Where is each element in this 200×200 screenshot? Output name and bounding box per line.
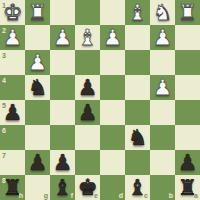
square-g5[interactable] (25, 100, 50, 125)
square-f8[interactable]: f♝ (50, 175, 75, 200)
square-b3[interactable] (150, 50, 175, 75)
black-king-e8[interactable]: ♚ (75, 175, 100, 200)
black-rook-a8[interactable]: ♜ (175, 175, 200, 200)
rank-label-4: 4 (2, 77, 6, 84)
square-e2[interactable]: ♝ (75, 25, 100, 50)
white-pawn-b2[interactable]: ♟ (150, 25, 175, 50)
white-king-h1[interactable]: ♚ (0, 0, 25, 25)
square-a2[interactable] (175, 25, 200, 50)
white-pawn-g3[interactable]: ♟ (25, 50, 50, 75)
black-pawn-e5[interactable]: ♟ (75, 100, 100, 125)
square-a5[interactable] (175, 100, 200, 125)
square-c2[interactable] (125, 25, 150, 50)
rank-label-7: 7 (2, 152, 6, 159)
white-pawn-d2[interactable]: ♟ (100, 25, 125, 50)
square-e3[interactable] (75, 50, 100, 75)
square-e7[interactable] (75, 150, 100, 175)
white-pawn-h2[interactable]: ♟ (0, 25, 25, 50)
square-c8[interactable]: c♝ (125, 175, 150, 200)
square-a4[interactable] (175, 75, 200, 100)
square-h3[interactable]: 3 (0, 50, 25, 75)
black-knight-c6[interactable]: ♞ (125, 125, 150, 150)
square-c1[interactable]: ♝ (125, 0, 150, 25)
square-b7[interactable] (150, 150, 175, 175)
square-h2[interactable]: 2♟ (0, 25, 25, 50)
square-a6[interactable] (175, 125, 200, 150)
square-h7[interactable]: 7 (0, 150, 25, 175)
white-bishop-c1[interactable]: ♝ (125, 0, 150, 25)
square-d3[interactable] (100, 50, 125, 75)
chess-board: 1♚♜♝♞♜2♟♟♝♟♟3♟4♞♟♟5♟♟6♞7♟♟♟8h♜gf♝e♚dc♝ba… (0, 0, 200, 200)
square-d5[interactable] (100, 100, 125, 125)
square-f7[interactable]: ♟ (50, 150, 75, 175)
white-bishop-e2[interactable]: ♝ (75, 25, 100, 50)
black-pawn-f7[interactable]: ♟ (50, 150, 75, 175)
white-rook-a1[interactable]: ♜ (175, 0, 200, 25)
black-pawn-h5[interactable]: ♟ (0, 100, 25, 125)
square-f5[interactable] (50, 100, 75, 125)
square-g7[interactable]: ♟ (25, 150, 50, 175)
rank-label-3: 3 (2, 52, 6, 59)
black-pawn-a7[interactable]: ♟ (175, 150, 200, 175)
square-f4[interactable] (50, 75, 75, 100)
square-b8[interactable]: b (150, 175, 175, 200)
square-d8[interactable]: d (100, 175, 125, 200)
square-b5[interactable] (150, 100, 175, 125)
file-label-b: b (169, 192, 173, 199)
square-b6[interactable] (150, 125, 175, 150)
square-g3[interactable]: ♟ (25, 50, 50, 75)
square-d2[interactable]: ♟ (100, 25, 125, 50)
file-label-g: g (44, 192, 48, 199)
square-h4[interactable]: 4 (0, 75, 25, 100)
square-a3[interactable] (175, 50, 200, 75)
square-d4[interactable] (100, 75, 125, 100)
square-b4[interactable]: ♟ (150, 75, 175, 100)
white-pawn-f2[interactable]: ♟ (50, 25, 75, 50)
square-c5[interactable] (125, 100, 150, 125)
white-pawn-b4[interactable]: ♟ (150, 75, 175, 100)
black-rook-h8[interactable]: ♜ (0, 175, 25, 200)
square-c3[interactable] (125, 50, 150, 75)
black-pawn-e4[interactable]: ♟ (75, 75, 100, 100)
square-h8[interactable]: 8h♜ (0, 175, 25, 200)
square-e5[interactable]: ♟ (75, 100, 100, 125)
black-pawn-g7[interactable]: ♟ (25, 150, 50, 175)
square-f3[interactable] (50, 50, 75, 75)
square-g6[interactable] (25, 125, 50, 150)
square-h6[interactable]: 6 (0, 125, 25, 150)
square-g1[interactable]: ♜ (25, 0, 50, 25)
square-f1[interactable] (50, 0, 75, 25)
square-b2[interactable]: ♟ (150, 25, 175, 50)
square-h1[interactable]: 1♚ (0, 0, 25, 25)
square-a8[interactable]: a♜ (175, 175, 200, 200)
square-e6[interactable] (75, 125, 100, 150)
square-f2[interactable]: ♟ (50, 25, 75, 50)
square-h5[interactable]: 5♟ (0, 100, 25, 125)
white-rook-g1[interactable]: ♜ (25, 0, 50, 25)
square-c6[interactable]: ♞ (125, 125, 150, 150)
square-c7[interactable] (125, 150, 150, 175)
square-d7[interactable] (100, 150, 125, 175)
black-knight-g4[interactable]: ♞ (25, 75, 50, 100)
square-b1[interactable]: ♞ (150, 0, 175, 25)
square-f6[interactable] (50, 125, 75, 150)
chess-board-wrap: 1♚♜♝♞♜2♟♟♝♟♟3♟4♞♟♟5♟♟6♞7♟♟♟8h♜gf♝e♚dc♝ba… (0, 0, 200, 200)
square-e4[interactable]: ♟ (75, 75, 100, 100)
square-e1[interactable] (75, 0, 100, 25)
square-c4[interactable] (125, 75, 150, 100)
square-a7[interactable]: ♟ (175, 150, 200, 175)
white-knight-b1[interactable]: ♞ (150, 0, 175, 25)
square-g2[interactable] (25, 25, 50, 50)
square-d6[interactable] (100, 125, 125, 150)
square-e8[interactable]: e♚ (75, 175, 100, 200)
black-bishop-f8[interactable]: ♝ (50, 175, 75, 200)
black-bishop-c8[interactable]: ♝ (125, 175, 150, 200)
square-g4[interactable]: ♞ (25, 75, 50, 100)
file-label-d: d (119, 192, 123, 199)
square-g8[interactable]: g (25, 175, 50, 200)
square-a1[interactable]: ♜ (175, 0, 200, 25)
square-d1[interactable] (100, 0, 125, 25)
rank-label-6: 6 (2, 127, 6, 134)
